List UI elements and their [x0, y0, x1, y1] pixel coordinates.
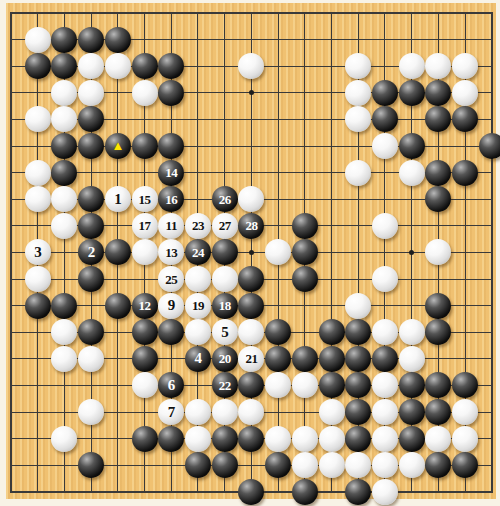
black-stone[interactable] [425, 160, 451, 186]
move-number-label: 23 [192, 219, 204, 232]
black-stone[interactable] [212, 239, 238, 265]
move-number-label: 13 [165, 246, 177, 259]
white-stone[interactable] [238, 399, 264, 425]
move-number-label: 1 [114, 192, 121, 207]
white-stone[interactable] [399, 346, 425, 372]
black-stone[interactable] [132, 426, 158, 452]
move-number-label: 28 [245, 219, 257, 232]
move-number-label: 7 [168, 405, 175, 420]
black-stone[interactable] [292, 213, 318, 239]
grid-line-vertical [491, 12, 493, 493]
white-stone[interactable] [238, 53, 264, 79]
black-stone[interactable] [292, 239, 318, 265]
white-stone[interactable] [265, 239, 291, 265]
white-stone[interactable] [425, 426, 451, 452]
white-stone[interactable] [51, 80, 77, 106]
white-stone[interactable]: 17 [132, 213, 158, 239]
white-stone[interactable] [372, 372, 398, 398]
star-point [249, 90, 254, 95]
white-stone[interactable] [452, 399, 478, 425]
black-stone[interactable] [345, 372, 371, 398]
black-stone[interactable] [425, 80, 451, 106]
black-stone[interactable] [238, 293, 264, 319]
black-stone[interactable] [51, 293, 77, 319]
black-stone[interactable]: 4 [185, 346, 211, 372]
black-stone[interactable] [212, 426, 238, 452]
white-stone[interactable]: 1 [105, 186, 131, 212]
white-stone[interactable] [372, 133, 398, 159]
black-stone[interactable] [238, 479, 264, 505]
white-stone[interactable] [132, 372, 158, 398]
black-stone[interactable] [158, 426, 184, 452]
black-stone[interactable] [372, 106, 398, 132]
black-stone[interactable]: 16 [158, 186, 184, 212]
black-stone[interactable] [132, 346, 158, 372]
white-stone[interactable]: 25 [158, 266, 184, 292]
white-stone[interactable] [185, 319, 211, 345]
white-stone[interactable] [292, 452, 318, 478]
white-stone[interactable] [399, 160, 425, 186]
black-stone[interactable] [345, 346, 371, 372]
black-stone[interactable] [78, 213, 104, 239]
white-stone[interactable] [319, 426, 345, 452]
black-stone[interactable] [51, 53, 77, 79]
black-stone[interactable] [78, 133, 104, 159]
black-stone[interactable] [345, 319, 371, 345]
star-point [409, 250, 414, 255]
black-stone[interactable]: 22 [212, 372, 238, 398]
go-board: ▲141151626171123272832132425129191854202… [0, 0, 500, 506]
black-stone[interactable] [425, 452, 451, 478]
black-stone[interactable] [425, 106, 451, 132]
black-stone[interactable] [399, 372, 425, 398]
white-stone[interactable] [345, 106, 371, 132]
white-stone[interactable] [185, 399, 211, 425]
black-stone[interactable]: 6 [158, 372, 184, 398]
black-stone[interactable] [132, 133, 158, 159]
black-stone[interactable]: 18 [212, 293, 238, 319]
move-number-label: 19 [192, 299, 204, 312]
white-stone[interactable] [25, 27, 51, 53]
white-stone[interactable] [132, 80, 158, 106]
black-stone[interactable] [185, 452, 211, 478]
move-number-label: 17 [139, 219, 151, 232]
black-stone[interactable] [51, 27, 77, 53]
black-stone[interactable] [399, 133, 425, 159]
move-number-label: 11 [166, 219, 177, 232]
white-stone[interactable] [452, 53, 478, 79]
white-stone[interactable] [372, 426, 398, 452]
white-stone[interactable] [425, 53, 451, 79]
black-stone[interactable] [345, 479, 371, 505]
black-stone[interactable] [425, 186, 451, 212]
move-number-label: 26 [219, 193, 231, 206]
white-stone[interactable]: 27 [212, 213, 238, 239]
black-stone[interactable] [78, 106, 104, 132]
black-stone[interactable] [452, 372, 478, 398]
white-stone[interactable] [372, 319, 398, 345]
white-stone[interactable] [345, 160, 371, 186]
move-number-label: 14 [165, 166, 177, 179]
white-stone[interactable] [265, 426, 291, 452]
white-stone[interactable]: 13 [158, 239, 184, 265]
black-stone[interactable] [345, 426, 371, 452]
black-stone[interactable] [105, 293, 131, 319]
white-stone[interactable] [132, 239, 158, 265]
triangle-marker-icon: ▲ [111, 139, 124, 152]
black-stone[interactable] [399, 399, 425, 425]
black-stone[interactable] [238, 266, 264, 292]
black-stone[interactable] [265, 319, 291, 345]
black-stone[interactable] [425, 399, 451, 425]
white-stone[interactable] [78, 399, 104, 425]
white-stone[interactable] [238, 186, 264, 212]
white-stone[interactable] [51, 106, 77, 132]
black-stone[interactable] [345, 399, 371, 425]
white-stone[interactable] [372, 479, 398, 505]
move-number-label: 5 [221, 325, 228, 340]
black-stone[interactable] [132, 319, 158, 345]
white-stone[interactable] [372, 399, 398, 425]
move-number-label: 15 [139, 193, 151, 206]
white-stone[interactable] [372, 266, 398, 292]
move-number-label: 12 [139, 299, 151, 312]
black-stone[interactable] [105, 27, 131, 53]
white-stone[interactable] [265, 372, 291, 398]
move-number-label: 24 [192, 246, 204, 259]
white-stone[interactable] [185, 266, 211, 292]
black-stone[interactable] [319, 319, 345, 345]
white-stone[interactable] [399, 452, 425, 478]
black-stone[interactable] [425, 293, 451, 319]
black-stone[interactable]: 2 [78, 239, 104, 265]
black-stone[interactable] [292, 346, 318, 372]
black-stone[interactable] [78, 452, 104, 478]
move-number-label: 9 [168, 298, 175, 313]
black-stone[interactable] [132, 53, 158, 79]
black-stone[interactable] [425, 372, 451, 398]
black-stone[interactable] [25, 293, 51, 319]
black-stone[interactable] [158, 53, 184, 79]
black-stone[interactable] [25, 53, 51, 79]
white-stone[interactable] [51, 426, 77, 452]
black-stone[interactable] [51, 133, 77, 159]
white-stone[interactable]: 19 [185, 293, 211, 319]
white-stone[interactable] [345, 80, 371, 106]
white-stone[interactable] [345, 293, 371, 319]
black-stone[interactable]: 14 [158, 160, 184, 186]
black-stone[interactable] [158, 319, 184, 345]
move-number-label: 3 [34, 245, 41, 260]
white-stone[interactable] [292, 372, 318, 398]
white-stone[interactable] [105, 53, 131, 79]
black-stone[interactable]: 12 [132, 293, 158, 319]
black-stone[interactable] [51, 160, 77, 186]
white-stone[interactable] [319, 452, 345, 478]
black-stone[interactable] [212, 452, 238, 478]
white-stone[interactable] [51, 319, 77, 345]
white-stone[interactable] [372, 213, 398, 239]
move-number-label: 18 [219, 299, 231, 312]
black-stone[interactable] [158, 80, 184, 106]
move-number-label: 2 [88, 245, 95, 260]
black-stone[interactable] [78, 319, 104, 345]
white-stone[interactable]: 23 [185, 213, 211, 239]
black-stone[interactable] [452, 106, 478, 132]
white-stone[interactable] [452, 80, 478, 106]
black-stone[interactable] [452, 452, 478, 478]
move-number-label: 27 [219, 219, 231, 232]
white-stone[interactable] [185, 426, 211, 452]
move-number-label: 6 [168, 378, 175, 393]
move-number-label: 22 [219, 379, 231, 392]
white-stone[interactable]: 9 [158, 293, 184, 319]
black-stone[interactable] [399, 426, 425, 452]
white-stone[interactable] [345, 452, 371, 478]
black-stone[interactable] [292, 266, 318, 292]
black-stone[interactable] [372, 346, 398, 372]
move-number-label: 4 [194, 351, 201, 366]
white-stone[interactable] [78, 80, 104, 106]
white-stone[interactable] [212, 399, 238, 425]
black-stone[interactable] [372, 80, 398, 106]
white-stone[interactable] [345, 53, 371, 79]
black-stone[interactable] [319, 346, 345, 372]
black-stone[interactable] [78, 27, 104, 53]
move-number-label: 20 [219, 352, 231, 365]
black-stone[interactable] [265, 452, 291, 478]
move-number-label: 21 [245, 352, 257, 365]
black-stone[interactable] [479, 133, 500, 159]
white-stone[interactable] [25, 266, 51, 292]
black-stone[interactable] [78, 186, 104, 212]
white-stone[interactable] [292, 426, 318, 452]
move-number-label: 25 [165, 273, 177, 286]
black-stone[interactable] [319, 372, 345, 398]
white-stone[interactable] [425, 239, 451, 265]
move-number-label: 16 [165, 193, 177, 206]
white-stone[interactable]: 3 [25, 239, 51, 265]
white-stone[interactable] [399, 319, 425, 345]
star-point [249, 250, 254, 255]
white-stone[interactable] [51, 186, 77, 212]
white-stone[interactable]: 15 [132, 186, 158, 212]
black-stone[interactable]: ▲ [105, 133, 131, 159]
black-stone[interactable] [238, 426, 264, 452]
white-stone[interactable] [25, 186, 51, 212]
white-stone[interactable]: 7 [158, 399, 184, 425]
black-stone[interactable] [78, 266, 104, 292]
white-stone[interactable] [51, 213, 77, 239]
black-stone[interactable] [238, 372, 264, 398]
white-stone[interactable] [78, 53, 104, 79]
black-stone[interactable]: 26 [212, 186, 238, 212]
black-stone[interactable] [265, 346, 291, 372]
black-stone[interactable]: 24 [185, 239, 211, 265]
white-stone[interactable] [238, 319, 264, 345]
white-stone[interactable] [372, 452, 398, 478]
white-stone[interactable] [51, 346, 77, 372]
black-stone[interactable] [292, 479, 318, 505]
white-stone[interactable] [399, 53, 425, 79]
white-stone[interactable] [78, 346, 104, 372]
black-stone[interactable]: 20 [212, 346, 238, 372]
black-stone[interactable] [399, 80, 425, 106]
white-stone[interactable] [212, 266, 238, 292]
white-stone[interactable] [319, 399, 345, 425]
black-stone[interactable] [452, 160, 478, 186]
black-stone[interactable] [105, 239, 131, 265]
black-stone[interactable]: 28 [238, 213, 264, 239]
white-stone[interactable]: 5 [212, 319, 238, 345]
black-stone[interactable] [158, 133, 184, 159]
white-stone[interactable]: 11 [158, 213, 184, 239]
board-surface[interactable]: ▲141151626171123272832132425129191854202… [6, 3, 496, 499]
white-stone[interactable] [25, 160, 51, 186]
white-stone[interactable] [452, 426, 478, 452]
white-stone[interactable] [25, 106, 51, 132]
black-stone[interactable] [425, 319, 451, 345]
white-stone[interactable]: 21 [238, 346, 264, 372]
